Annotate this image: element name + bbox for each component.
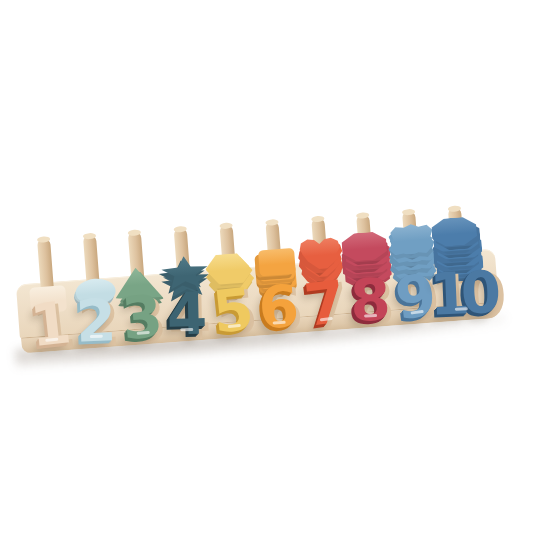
number-piece-7: 7	[301, 276, 346, 332]
number-slot-3: 33	[115, 281, 166, 345]
number-piece-5: 5	[210, 284, 255, 339]
slot-highlight	[180, 328, 193, 331]
number-slot-4: 44	[163, 280, 210, 341]
slot-highlight	[455, 307, 468, 311]
number-slot-5: 55	[206, 274, 258, 339]
product-photo-scene: 1122334455667788991010	[0, 0, 533, 533]
number-slot-8: 88	[345, 265, 393, 327]
number-piece-8: 8	[349, 275, 390, 328]
slot-highlight	[89, 335, 102, 339]
number-slot-10: 1010	[437, 259, 485, 321]
peg-columns: 1122334455667788991010	[15, 132, 488, 380]
number-piece-6: 6	[257, 281, 299, 334]
number-piece-10: 10	[429, 267, 493, 320]
number-piece-1: 1	[28, 297, 73, 352]
number-piece-2: 2	[75, 295, 116, 348]
number-piece-3: 3	[119, 291, 163, 345]
number-slot-6: 66	[253, 272, 302, 335]
number-slot-7: 77	[297, 267, 350, 332]
number-slot-2: 22	[71, 286, 119, 348]
number-slot-1: 11	[24, 288, 76, 353]
number-piece-4: 4	[167, 289, 207, 341]
column-10: 1010	[426, 132, 488, 349]
counting-stacker-toy: 1122334455667788991010	[7, 130, 522, 381]
slot-highlight	[363, 314, 376, 318]
